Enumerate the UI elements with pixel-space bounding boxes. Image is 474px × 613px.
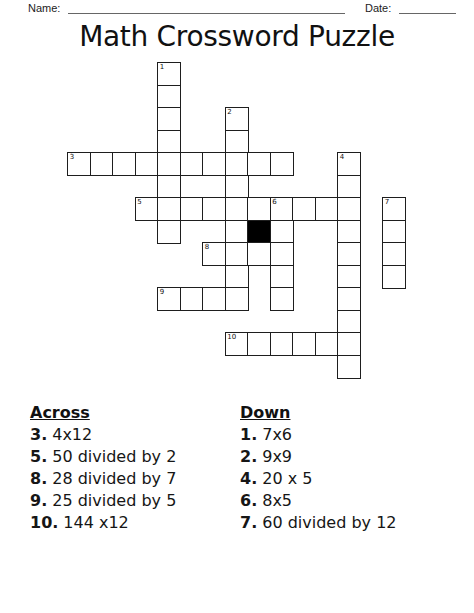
clue-item: 9.25 divided by 5	[30, 490, 176, 512]
grid-cell[interactable]	[157, 220, 181, 244]
grid-cell[interactable]	[382, 220, 406, 244]
grid-cell[interactable]	[180, 197, 204, 221]
grid-cell[interactable]	[337, 220, 361, 244]
clue-item: 3.4x12	[30, 424, 176, 446]
grid-cell[interactable]	[225, 197, 249, 221]
clue-item: 1.7x6	[240, 424, 397, 446]
clue-item-number: 9.	[30, 491, 47, 510]
grid-cell[interactable]	[315, 332, 339, 356]
clue-item: 7.60 divided by 12	[240, 512, 397, 534]
grid-cell[interactable]	[337, 332, 361, 356]
grid-cell[interactable]	[292, 332, 316, 356]
clue-item: 2.9x9	[240, 446, 397, 468]
grid-cell[interactable]	[180, 287, 204, 311]
grid-cell[interactable]	[247, 332, 271, 356]
clue-item-number: 4.	[240, 469, 257, 488]
grid-cell[interactable]	[202, 152, 226, 176]
clue-number: 6	[272, 198, 276, 206]
clue-item: 6.8x5	[240, 490, 397, 512]
grid-cell[interactable]	[225, 152, 249, 176]
name-label: Name:	[28, 2, 60, 14]
clue-item-text: 7x6	[262, 425, 292, 444]
clue-number: 10	[227, 333, 236, 341]
clue-number: 7	[385, 198, 389, 206]
grid-cell[interactable]	[157, 197, 181, 221]
date-label: Date:	[365, 2, 391, 14]
clue-item-text: 9x9	[262, 447, 292, 466]
down-heading: Down	[240, 402, 397, 424]
clue-number: 3	[70, 153, 74, 161]
clue-item-text: 4x12	[52, 425, 92, 444]
grid-cell[interactable]	[270, 287, 294, 311]
clue-item-text: 20 x 5	[262, 469, 312, 488]
worksheet-page: Name: Date: Math Crossword Puzzle 123456…	[0, 0, 474, 613]
clue-item-number: 8.	[30, 469, 47, 488]
clue-item: 10.144 x12	[30, 512, 176, 534]
clue-number: 1	[160, 63, 164, 71]
grid-cell[interactable]	[337, 355, 361, 379]
grid-cell[interactable]	[225, 220, 249, 244]
grid-cell[interactable]	[315, 197, 339, 221]
clue-item-number: 6.	[240, 491, 257, 510]
down-clues-section: Down 1.7x62.9x94.20 x 56.8x57.60 divided…	[240, 402, 397, 534]
crossword-grid: 12345678910	[68, 63, 406, 378]
grid-cell[interactable]	[247, 197, 271, 221]
grid-cell[interactable]	[225, 175, 249, 199]
clue-number: 9	[160, 288, 164, 296]
across-clue-list: 3.4x125.50 divided by 28.28 divided by 7…	[30, 424, 176, 534]
grid-cell[interactable]	[157, 152, 181, 176]
grid-cell[interactable]	[247, 242, 271, 266]
grid-cell[interactable]: 2	[225, 107, 249, 131]
grid-cell[interactable]	[180, 152, 204, 176]
grid-cell[interactable]	[202, 287, 226, 311]
grid-cell[interactable]	[270, 152, 294, 176]
clue-item-text: 144 x12	[63, 513, 128, 532]
grid-cell[interactable]	[337, 265, 361, 289]
grid-cell[interactable]	[202, 197, 226, 221]
grid-cell[interactable]: 3	[67, 152, 91, 176]
clue-item: 4.20 x 5	[240, 468, 397, 490]
down-clue-list: 1.7x62.9x94.20 x 56.8x57.60 divided by 1…	[240, 424, 397, 534]
clue-item-number: 10.	[30, 513, 58, 532]
grid-cell[interactable]	[337, 175, 361, 199]
clue-item: 8.28 divided by 7	[30, 468, 176, 490]
grid-cell[interactable]	[270, 332, 294, 356]
clue-number: 5	[137, 198, 141, 206]
name-blank-line[interactable]	[68, 13, 345, 14]
across-heading: Across	[30, 402, 176, 424]
grid-cell[interactable]	[382, 265, 406, 289]
clue-number: 8	[205, 243, 209, 251]
grid-cell[interactable]	[270, 220, 294, 244]
grid-cell[interactable]: 5	[135, 197, 159, 221]
clue-item-text: 60 divided by 12	[262, 513, 396, 532]
clue-item-number: 1.	[240, 425, 257, 444]
clue-item-number: 2.	[240, 447, 257, 466]
grid-cell[interactable]: 6	[270, 197, 294, 221]
grid-cell[interactable]	[157, 85, 181, 109]
grid-cell[interactable]	[247, 152, 271, 176]
grid-cell[interactable]	[270, 242, 294, 266]
grid-cell[interactable]	[90, 152, 114, 176]
clue-item: 5.50 divided by 2	[30, 446, 176, 468]
grid-cell[interactable]	[225, 265, 249, 289]
grid-cell[interactable]	[157, 175, 181, 199]
clue-item-text: 8x5	[262, 491, 292, 510]
grid-cell[interactable]	[135, 152, 159, 176]
grid-cell[interactable]	[382, 242, 406, 266]
grid-cell[interactable]	[225, 130, 249, 154]
grid-cell[interactable]	[157, 130, 181, 154]
across-clues-section: Across 3.4x125.50 divided by 28.28 divid…	[30, 402, 176, 534]
grid-cell[interactable]	[292, 197, 316, 221]
grid-cell[interactable]: 7	[382, 197, 406, 221]
grid-cell[interactable]	[225, 242, 249, 266]
grid-cell[interactable]	[337, 287, 361, 311]
grid-cell[interactable]: 4	[337, 152, 361, 176]
grid-cell[interactable]	[337, 310, 361, 334]
grid-cell[interactable]: 10	[225, 332, 249, 356]
black-cell	[247, 220, 271, 244]
grid-cell[interactable]	[225, 287, 249, 311]
clue-item-number: 5.	[30, 447, 47, 466]
grid-cell[interactable]: 8	[202, 242, 226, 266]
clue-item-number: 7.	[240, 513, 257, 532]
grid-cell[interactable]	[337, 197, 361, 221]
clue-number: 4	[340, 153, 344, 161]
grid-cell[interactable]: 9	[157, 287, 181, 311]
grid-cell[interactable]	[337, 242, 361, 266]
page-title: Math Crossword Puzzle	[0, 20, 474, 53]
clue-item-text: 28 divided by 7	[52, 469, 176, 488]
grid-cell[interactable]	[112, 152, 136, 176]
grid-cell[interactable]	[270, 265, 294, 289]
clue-number: 2	[227, 108, 231, 116]
clue-item-text: 25 divided by 5	[52, 491, 176, 510]
grid-cell[interactable]: 1	[157, 62, 181, 86]
clue-item-number: 3.	[30, 425, 47, 444]
grid-cell[interactable]	[157, 107, 181, 131]
clue-item-text: 50 divided by 2	[52, 447, 176, 466]
date-blank-line[interactable]	[399, 13, 456, 14]
